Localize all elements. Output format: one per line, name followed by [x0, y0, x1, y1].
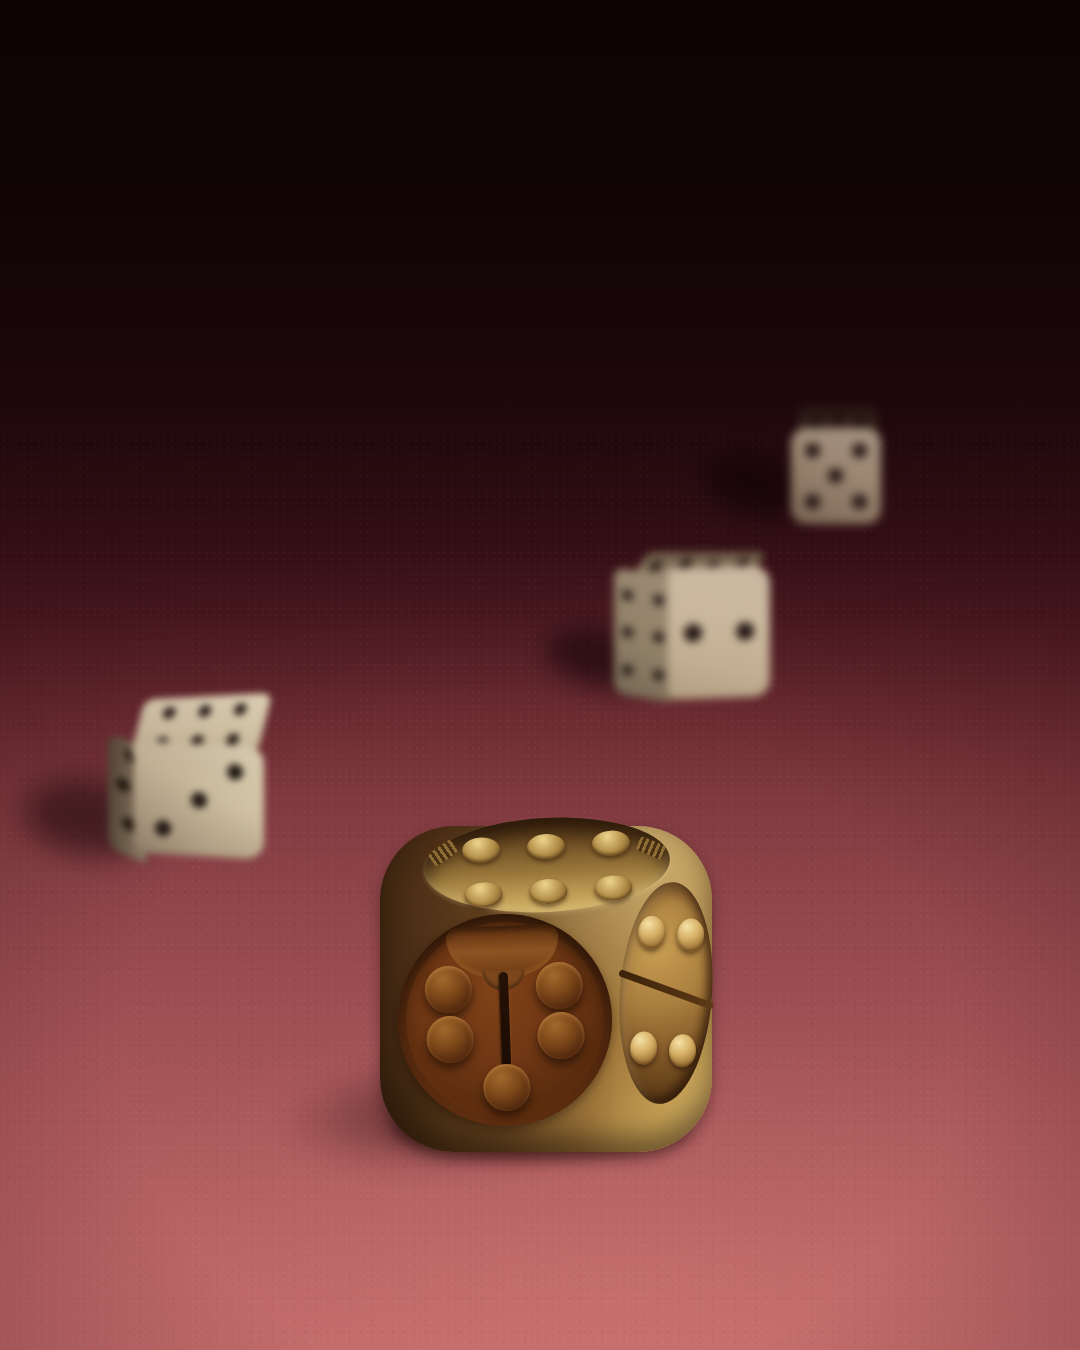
die-pip	[684, 624, 702, 643]
die-pip	[805, 494, 820, 509]
die-pip	[676, 917, 705, 952]
photo-scene	[0, 0, 1080, 1350]
die-pip	[424, 965, 473, 1014]
die-ivory-left-front-face	[134, 741, 264, 860]
die-pip	[464, 881, 503, 908]
die-pip	[426, 1015, 475, 1064]
die-ivory-middle-right-face	[668, 565, 770, 700]
die-pip	[232, 703, 247, 716]
die-pip	[622, 589, 633, 602]
die-pip	[225, 733, 240, 746]
die-pip	[653, 594, 664, 607]
die-bronze-right-pips	[628, 902, 706, 1080]
die-pip	[622, 664, 633, 677]
die-bronze-hero	[378, 818, 718, 1163]
die-pip	[629, 1030, 658, 1065]
die-pip	[653, 631, 664, 644]
die-pip	[537, 1011, 586, 1060]
die-ivory-far	[790, 404, 884, 526]
die-pip	[591, 830, 630, 857]
die-pip	[622, 626, 633, 639]
die-pip	[736, 622, 754, 641]
die-ivory-left	[108, 694, 266, 852]
die-pip	[668, 1033, 697, 1068]
die-pip	[637, 914, 666, 949]
die-pip	[593, 875, 632, 902]
die-bronze-top-pips	[449, 829, 646, 909]
die-pip	[852, 494, 867, 509]
die-pip	[162, 706, 177, 719]
die-pip	[805, 443, 820, 458]
die-pip	[462, 836, 501, 863]
die-pip	[828, 468, 843, 483]
die-pip	[529, 878, 568, 905]
die-pip	[526, 833, 565, 860]
die-pip	[483, 1063, 532, 1112]
die-pip	[155, 820, 171, 837]
die-ivory-middle-left-face	[614, 567, 672, 702]
die-pip	[852, 443, 867, 458]
die-pip	[197, 704, 212, 717]
die-ivory-middle	[614, 552, 770, 702]
die-pip	[653, 668, 664, 681]
die-pip	[227, 763, 243, 780]
die-pip	[535, 961, 584, 1010]
die-ivory-far-front-face	[791, 428, 881, 524]
die-bronze-front-pips	[420, 959, 591, 1115]
die-pip	[191, 792, 207, 809]
